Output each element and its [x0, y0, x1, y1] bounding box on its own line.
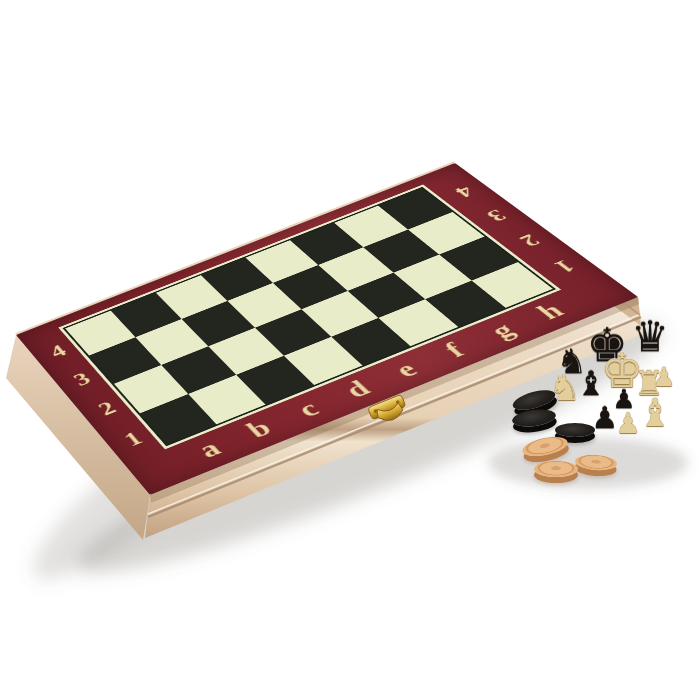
product-photo-scene: abcdefgh 4321 4321 ♚♛♞♝♟♟♚♜♞♟♝♟ — [0, 0, 700, 700]
loose-black-pawn: ♟ — [592, 403, 619, 433]
loose-pieces-layer: ♚♛♞♝♟♟♚♜♞♟♝♟ — [0, 0, 700, 700]
draughts-disc-black — [555, 423, 595, 437]
draughts-disc-wood — [575, 453, 618, 471]
loose-wood-knight: ♞ — [549, 370, 581, 406]
draughts-disc-black — [511, 407, 557, 429]
loose-wood-bishop: ♝ — [638, 394, 672, 432]
draughts-disc-wood — [521, 433, 570, 459]
loose-wood-pawn: ♟ — [615, 410, 640, 438]
draughts-disc-wood — [534, 461, 578, 477]
